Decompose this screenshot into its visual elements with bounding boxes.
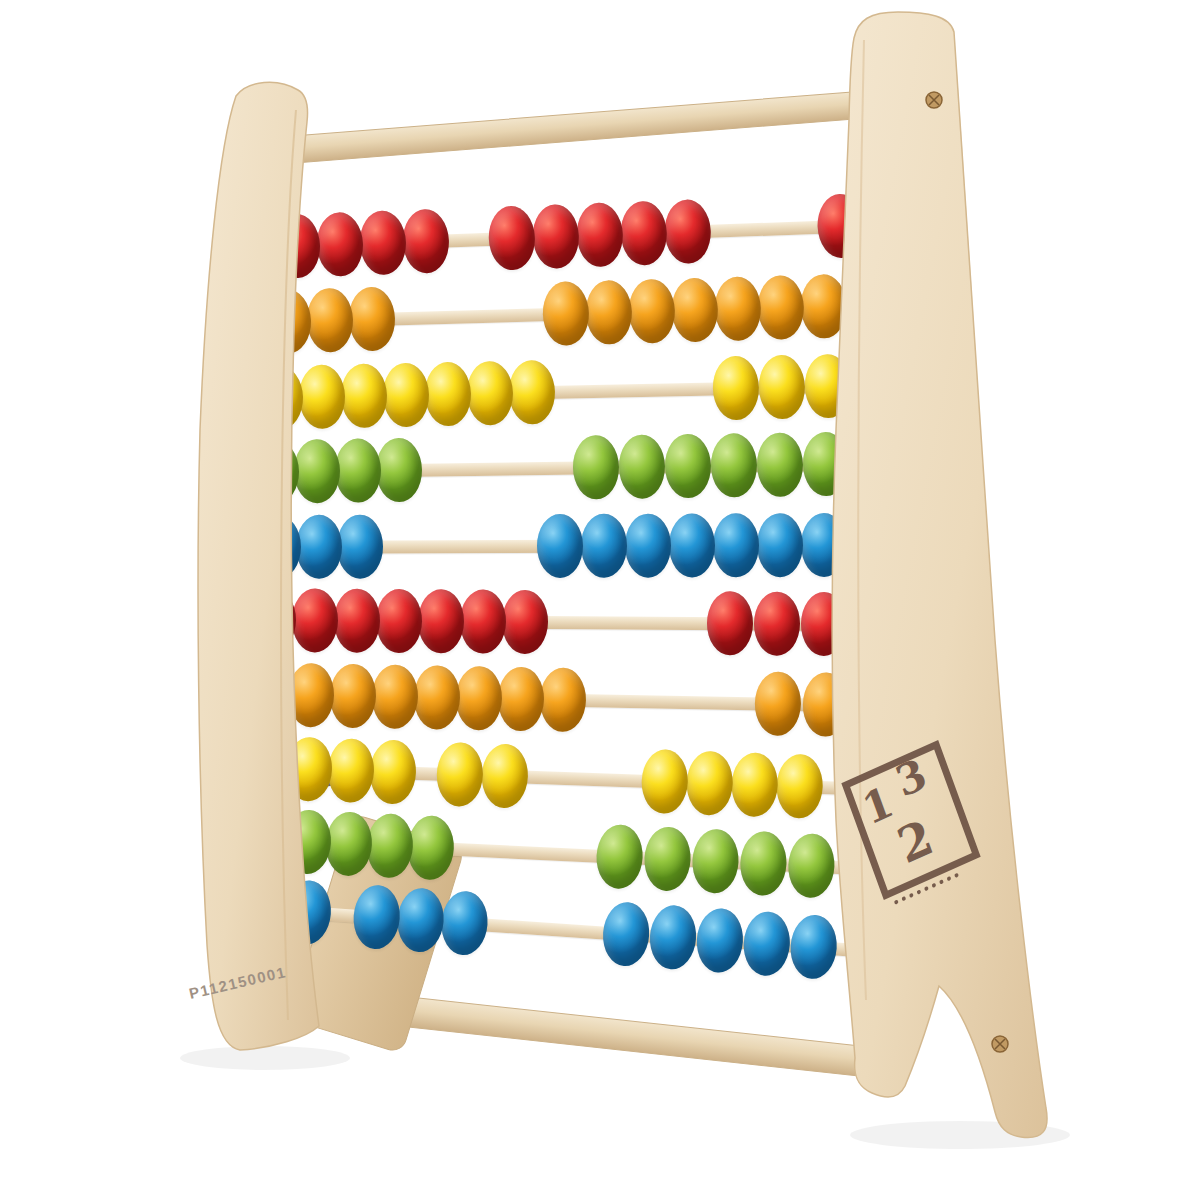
logo-digit-2: 2 [892, 812, 939, 871]
frame-front [0, 0, 1200, 1200]
screw-bottom-icon [992, 1036, 1008, 1052]
logo-digit-3: 3 [891, 753, 932, 804]
abacus-product-photo: hape 1 3 2 P112150001 [0, 0, 1200, 1200]
screw-top-icon [926, 92, 942, 108]
left-leg [198, 82, 319, 1050]
